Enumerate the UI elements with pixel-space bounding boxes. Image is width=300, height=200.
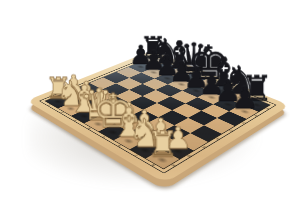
photo-canvas: 12345678 ABCDEFGH ♜♞♝♛♚♝♞♜♟♟♟♟♟♟♟♟♟♟♟♟♟♟… [0, 0, 300, 200]
pieces-layer: ♜♞♝♛♚♝♞♜♟♟♟♟♟♟♟♟♟♟♟♟♟♟♟♟♜♞♝♛♚♝♞♜ [44, 57, 271, 170]
black-pawn-glyph: ♟ [231, 83, 259, 112]
chess-board: 12345678 ABCDEFGH ♜♞♝♛♚♝♞♜♟♟♟♟♟♟♟♟♟♟♟♟♟♟… [26, 50, 290, 183]
white-rook-glyph: ♜ [147, 127, 179, 161]
scene: 12345678 ABCDEFGH ♜♞♝♛♚♝♞♜♟♟♟♟♟♟♟♟♟♟♟♟♟♟… [0, 0, 300, 200]
